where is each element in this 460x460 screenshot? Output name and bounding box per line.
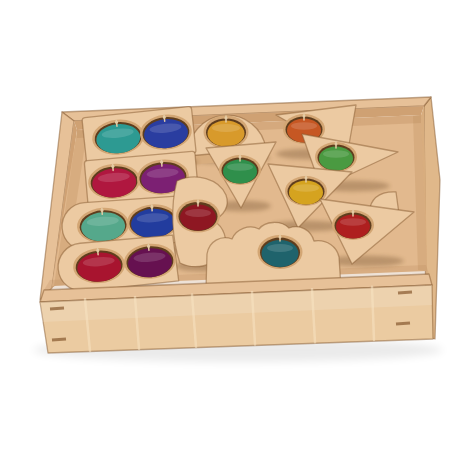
finger-joint-mark bbox=[396, 323, 410, 324]
finger-joint-mark bbox=[398, 292, 412, 293]
window-green-mid bbox=[219, 155, 261, 185]
product-photo bbox=[0, 0, 460, 460]
finger-joint-mark bbox=[50, 308, 64, 309]
window-red-triangle bbox=[332, 210, 374, 240]
window-tealdark bbox=[258, 235, 303, 269]
toy-box-scene bbox=[0, 0, 460, 460]
window-green-right bbox=[315, 142, 357, 172]
window-darkred bbox=[176, 200, 220, 233]
window-amber bbox=[204, 116, 249, 149]
finger-joint-mark bbox=[52, 339, 66, 340]
